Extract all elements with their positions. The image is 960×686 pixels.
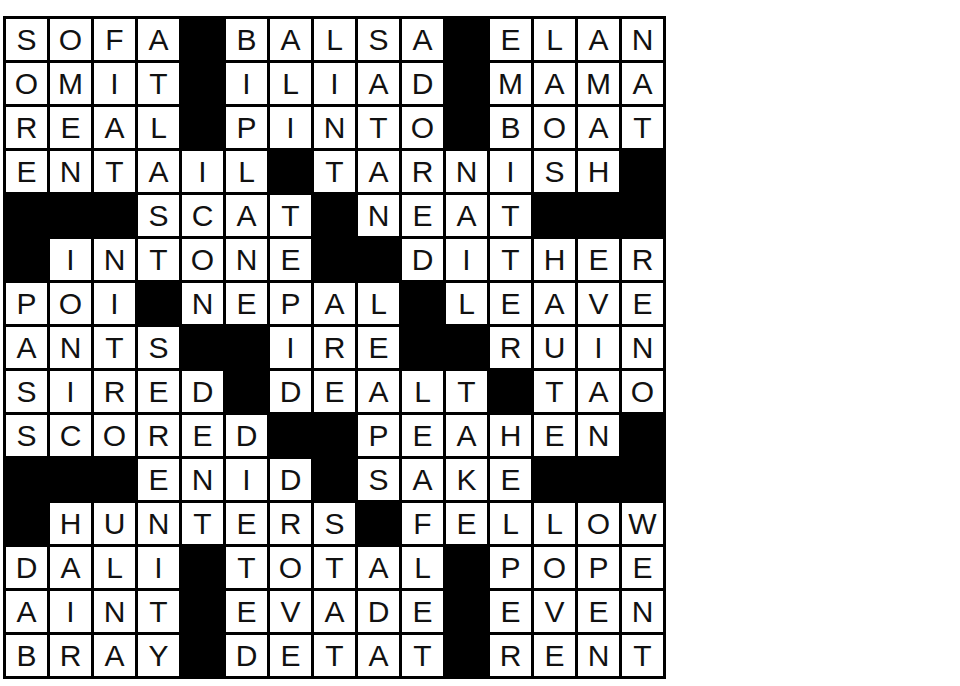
letter-cell[interactable]: D — [182, 371, 223, 412]
letter-cell[interactable]: I — [50, 371, 91, 412]
letter-cell[interactable]: D — [402, 239, 443, 280]
letter-cell[interactable]: F — [402, 503, 443, 544]
letter-cell[interactable]: I — [50, 591, 91, 632]
letter-cell[interactable]: U — [94, 503, 135, 544]
black-square — [534, 459, 575, 500]
crossword-grid: SOFABALSAELANOMITILIADMAMAREALPINTOBOATE… — [3, 16, 666, 679]
letter-cell[interactable]: A — [534, 63, 575, 104]
letter-cell[interactable]: I — [270, 107, 311, 148]
letter-cell[interactable]: O — [94, 415, 135, 456]
letter-cell[interactable]: A — [358, 63, 399, 104]
letter-cell[interactable]: A — [138, 19, 179, 60]
black-square — [446, 635, 487, 676]
letter-cell[interactable]: I — [94, 283, 135, 324]
letter-cell[interactable]: E — [490, 591, 531, 632]
letter-cell[interactable]: S — [6, 415, 47, 456]
letter-cell[interactable]: E — [314, 371, 355, 412]
black-square — [446, 547, 487, 588]
letter-cell[interactable]: A — [358, 635, 399, 676]
letter-cell[interactable]: H — [50, 503, 91, 544]
letter-cell[interactable]: L — [534, 503, 575, 544]
letter-cell[interactable]: L — [94, 547, 135, 588]
letter-cell[interactable]: L — [534, 19, 575, 60]
black-square — [94, 459, 135, 500]
letter-cell[interactable]: F — [94, 19, 135, 60]
black-square — [314, 459, 355, 500]
black-square — [402, 327, 443, 368]
letter-cell[interactable]: T — [314, 635, 355, 676]
letter-cell[interactable]: V — [578, 283, 619, 324]
black-square — [138, 283, 179, 324]
letter-cell[interactable]: T — [358, 107, 399, 148]
letter-cell[interactable]: M — [50, 63, 91, 104]
letter-cell[interactable]: B — [226, 19, 267, 60]
letter-cell[interactable]: O — [270, 547, 311, 588]
letter-cell[interactable]: E — [446, 503, 487, 544]
letter-cell[interactable]: T — [226, 547, 267, 588]
letter-cell[interactable]: N — [94, 239, 135, 280]
letter-cell[interactable]: V — [270, 591, 311, 632]
letter-cell[interactable]: A — [402, 19, 443, 60]
black-square — [182, 63, 223, 104]
letter-cell[interactable]: E — [622, 283, 663, 324]
letter-cell[interactable]: E — [226, 283, 267, 324]
letter-cell[interactable]: E — [490, 459, 531, 500]
black-square — [314, 239, 355, 280]
letter-cell[interactable]: S — [138, 195, 179, 236]
letter-cell[interactable]: O — [534, 547, 575, 588]
letter-cell[interactable]: T — [490, 239, 531, 280]
letter-cell[interactable]: H — [578, 151, 619, 192]
letter-cell[interactable]: I — [226, 459, 267, 500]
letter-cell[interactable]: N — [182, 459, 223, 500]
letter-cell[interactable]: I — [94, 63, 135, 104]
letter-cell[interactable]: A — [314, 283, 355, 324]
letter-cell[interactable]: N — [50, 327, 91, 368]
letter-cell[interactable]: L — [446, 283, 487, 324]
letter-cell[interactable]: I — [578, 327, 619, 368]
letter-cell[interactable]: N — [622, 19, 663, 60]
black-square — [182, 635, 223, 676]
letter-cell[interactable]: N — [314, 107, 355, 148]
letter-cell[interactable]: V — [534, 591, 575, 632]
letter-cell[interactable]: L — [358, 283, 399, 324]
letter-cell[interactable]: A — [50, 547, 91, 588]
letter-cell[interactable]: P — [226, 107, 267, 148]
letter-cell[interactable]: A — [6, 327, 47, 368]
letter-cell[interactable]: M — [490, 63, 531, 104]
letter-cell[interactable]: A — [94, 107, 135, 148]
letter-cell[interactable]: A — [402, 459, 443, 500]
letter-cell[interactable]: D — [270, 371, 311, 412]
black-square — [622, 415, 663, 456]
letter-cell[interactable]: R — [314, 327, 355, 368]
letter-cell[interactable]: Y — [138, 635, 179, 676]
letter-cell[interactable]: N — [578, 415, 619, 456]
letter-cell[interactable]: D — [6, 547, 47, 588]
letter-cell[interactable]: T — [402, 635, 443, 676]
letter-cell[interactable]: L — [314, 19, 355, 60]
letter-cell[interactable]: R — [6, 107, 47, 148]
letter-cell[interactable]: S — [358, 19, 399, 60]
letter-cell[interactable]: K — [446, 459, 487, 500]
letter-cell[interactable]: R — [50, 635, 91, 676]
black-square — [622, 459, 663, 500]
letter-cell[interactable]: D — [402, 63, 443, 104]
letter-cell[interactable]: T — [314, 547, 355, 588]
black-square — [534, 195, 575, 236]
letter-cell[interactable]: R — [490, 635, 531, 676]
black-square — [578, 195, 619, 236]
letter-cell[interactable]: I — [314, 63, 355, 104]
black-square — [6, 239, 47, 280]
letter-cell[interactable]: N — [578, 635, 619, 676]
letter-cell[interactable]: O — [402, 107, 443, 148]
letter-cell[interactable]: E — [578, 239, 619, 280]
letter-cell[interactable]: E — [402, 195, 443, 236]
letter-cell[interactable]: P — [358, 415, 399, 456]
letter-cell[interactable]: R — [270, 503, 311, 544]
letter-cell[interactable]: T — [314, 151, 355, 192]
black-square — [50, 459, 91, 500]
letter-cell[interactable]: I — [270, 327, 311, 368]
letter-cell[interactable]: S — [358, 459, 399, 500]
letter-cell[interactable]: I — [490, 151, 531, 192]
letter-cell[interactable]: D — [358, 591, 399, 632]
letter-cell[interactable]: A — [138, 151, 179, 192]
letter-cell[interactable]: E — [402, 415, 443, 456]
letter-cell[interactable]: S — [6, 19, 47, 60]
black-square — [182, 327, 223, 368]
letter-cell[interactable]: I — [138, 547, 179, 588]
black-square — [358, 239, 399, 280]
letter-cell[interactable]: I — [182, 151, 223, 192]
letter-cell[interactable]: E — [182, 415, 223, 456]
letter-cell[interactable]: A — [622, 63, 663, 104]
letter-cell[interactable]: S — [314, 503, 355, 544]
black-square — [226, 327, 267, 368]
letter-cell[interactable]: A — [358, 547, 399, 588]
letter-cell[interactable]: L — [402, 547, 443, 588]
letter-cell[interactable]: T — [138, 63, 179, 104]
black-square — [314, 415, 355, 456]
letter-cell[interactable]: I — [50, 239, 91, 280]
letter-cell[interactable]: C — [50, 415, 91, 456]
black-square — [446, 591, 487, 632]
letter-cell[interactable]: S — [534, 151, 575, 192]
letter-cell[interactable]: T — [622, 635, 663, 676]
letter-cell[interactable]: T — [490, 195, 531, 236]
black-square — [358, 503, 399, 544]
letter-cell[interactable]: R — [402, 151, 443, 192]
black-square — [490, 371, 531, 412]
black-square — [182, 591, 223, 632]
letter-cell[interactable]: E — [490, 283, 531, 324]
letter-cell[interactable]: E — [622, 547, 663, 588]
letter-cell[interactable]: E — [226, 591, 267, 632]
letter-cell[interactable]: A — [314, 591, 355, 632]
letter-cell[interactable]: E — [138, 371, 179, 412]
black-square — [270, 151, 311, 192]
letter-cell[interactable]: A — [358, 151, 399, 192]
black-square — [182, 19, 223, 60]
black-square — [182, 547, 223, 588]
letter-cell[interactable]: T — [94, 327, 135, 368]
letter-cell[interactable]: A — [446, 415, 487, 456]
letter-cell[interactable]: P — [578, 547, 619, 588]
letter-cell[interactable]: C — [182, 195, 223, 236]
letter-cell[interactable]: T — [270, 195, 311, 236]
letter-cell[interactable]: N — [622, 327, 663, 368]
black-square — [6, 503, 47, 544]
letter-cell[interactable]: T — [94, 151, 135, 192]
black-square — [270, 415, 311, 456]
black-square — [446, 63, 487, 104]
letter-cell[interactable]: P — [6, 283, 47, 324]
letter-cell[interactable]: P — [270, 283, 311, 324]
letter-cell[interactable]: O — [6, 63, 47, 104]
letter-cell[interactable]: E — [138, 459, 179, 500]
letter-cell[interactable]: A — [534, 283, 575, 324]
black-square — [446, 107, 487, 148]
black-square — [6, 459, 47, 500]
letter-cell[interactable]: I — [446, 239, 487, 280]
letter-cell[interactable]: N — [138, 503, 179, 544]
letter-cell[interactable]: E — [534, 415, 575, 456]
letter-cell[interactable]: A — [578, 107, 619, 148]
black-square — [50, 195, 91, 236]
black-square — [182, 107, 223, 148]
black-square — [314, 195, 355, 236]
letter-cell[interactable]: R — [94, 371, 135, 412]
letter-cell[interactable]: T — [534, 371, 575, 412]
letter-cell[interactable]: E — [358, 327, 399, 368]
letter-cell[interactable]: A — [578, 19, 619, 60]
letter-cell[interactable]: O — [534, 107, 575, 148]
letter-cell[interactable]: D — [226, 415, 267, 456]
letter-cell[interactable]: N — [182, 283, 223, 324]
letter-cell[interactable]: S — [6, 371, 47, 412]
letter-cell[interactable]: D — [226, 635, 267, 676]
black-square — [578, 459, 619, 500]
letter-cell[interactable]: T — [622, 107, 663, 148]
letter-cell[interactable]: H — [490, 415, 531, 456]
letter-cell[interactable]: E — [50, 107, 91, 148]
black-square — [446, 327, 487, 368]
letter-cell[interactable]: E — [578, 591, 619, 632]
letter-cell[interactable]: R — [138, 415, 179, 456]
letter-cell[interactable]: P — [490, 547, 531, 588]
letter-cell[interactable]: E — [490, 19, 531, 60]
letter-cell[interactable]: T — [182, 503, 223, 544]
letter-cell[interactable]: B — [6, 635, 47, 676]
black-square — [446, 19, 487, 60]
letter-cell[interactable]: L — [270, 63, 311, 104]
letter-cell[interactable]: A — [358, 371, 399, 412]
black-square — [6, 195, 47, 236]
letter-cell[interactable]: O — [622, 371, 663, 412]
letter-cell[interactable]: O — [50, 19, 91, 60]
letter-cell[interactable]: E — [402, 591, 443, 632]
letter-cell[interactable]: A — [6, 591, 47, 632]
letter-cell[interactable]: T — [138, 591, 179, 632]
black-square — [622, 151, 663, 192]
letter-cell[interactable]: D — [270, 459, 311, 500]
letter-cell[interactable]: A — [446, 195, 487, 236]
letter-cell[interactable]: B — [490, 107, 531, 148]
letter-cell[interactable]: R — [490, 327, 531, 368]
letter-cell[interactable]: T — [138, 239, 179, 280]
letter-cell[interactable]: R — [622, 239, 663, 280]
black-square — [94, 195, 135, 236]
letter-cell[interactable]: E — [226, 503, 267, 544]
letter-cell[interactable]: A — [578, 371, 619, 412]
letter-cell[interactable]: N — [50, 151, 91, 192]
letter-cell[interactable]: I — [226, 63, 267, 104]
letter-cell[interactable]: N — [446, 151, 487, 192]
letter-cell[interactable]: A — [270, 19, 311, 60]
black-square — [226, 371, 267, 412]
letter-cell[interactable]: E — [270, 239, 311, 280]
letter-cell[interactable]: T — [446, 371, 487, 412]
letter-cell[interactable]: E — [270, 635, 311, 676]
letter-cell[interactable]: O — [182, 239, 223, 280]
letter-cell[interactable]: A — [226, 195, 267, 236]
letter-cell[interactable]: L — [402, 371, 443, 412]
letter-cell[interactable]: L — [490, 503, 531, 544]
letter-cell[interactable]: O — [578, 503, 619, 544]
letter-cell[interactable]: H — [534, 239, 575, 280]
black-square — [622, 195, 663, 236]
letter-cell[interactable]: W — [622, 503, 663, 544]
letter-cell[interactable]: U — [534, 327, 575, 368]
letter-cell[interactable]: N — [622, 591, 663, 632]
black-square — [402, 283, 443, 324]
letter-cell[interactable]: S — [138, 327, 179, 368]
letter-cell[interactable]: L — [226, 151, 267, 192]
letter-cell[interactable]: L — [138, 107, 179, 148]
letter-cell[interactable]: N — [358, 195, 399, 236]
letter-cell[interactable]: M — [578, 63, 619, 104]
letter-cell[interactable]: O — [50, 283, 91, 324]
letter-cell[interactable]: N — [226, 239, 267, 280]
letter-cell[interactable]: A — [94, 635, 135, 676]
letter-cell[interactable]: N — [94, 591, 135, 632]
letter-cell[interactable]: E — [534, 635, 575, 676]
letter-cell[interactable]: E — [6, 151, 47, 192]
